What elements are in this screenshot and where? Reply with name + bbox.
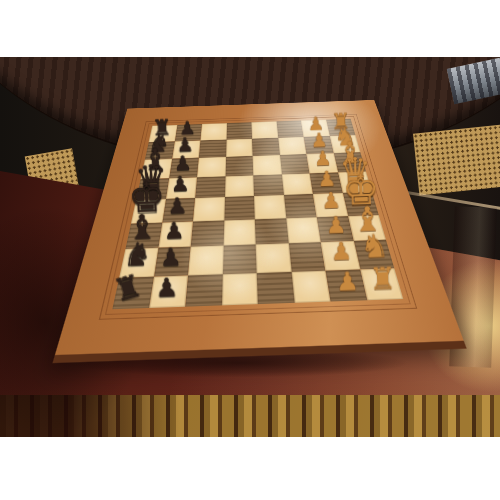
square[interactable]	[256, 243, 291, 272]
black-pawn[interactable]: ♟	[160, 246, 183, 271]
square[interactable]	[200, 123, 226, 140]
square[interactable]	[288, 242, 325, 271]
square[interactable]	[225, 156, 253, 176]
black-pawn[interactable]: ♟	[155, 275, 179, 301]
square[interactable]	[197, 157, 226, 177]
square[interactable]	[251, 121, 277, 138]
square[interactable]	[225, 175, 254, 197]
square[interactable]	[185, 274, 222, 307]
square[interactable]	[254, 195, 286, 219]
square[interactable]: ♜	[360, 268, 403, 300]
square[interactable]	[252, 138, 280, 156]
square[interactable]: ♟	[325, 269, 366, 302]
square[interactable]	[278, 137, 307, 155]
square[interactable]	[281, 173, 313, 195]
square[interactable]	[188, 246, 223, 275]
wicker-chair-seat-right	[413, 124, 500, 195]
window-reflection	[449, 206, 497, 367]
white-pawn[interactable]: ♟	[335, 269, 359, 295]
square[interactable]	[193, 197, 225, 221]
square[interactable]	[226, 138, 253, 156]
photo: ♜♟♟♜♞♟♟♞♝♟♟♝♛♟♟♛♚♟♟♚♝♟♟♝♞♟♟♞♜♟♟♜	[0, 57, 500, 437]
square[interactable]	[283, 194, 316, 218]
square[interactable]	[280, 154, 310, 174]
black-knight[interactable]: ♞	[122, 239, 152, 272]
white-pawn[interactable]: ♟	[330, 240, 353, 265]
white-pawn[interactable]: ♟	[325, 214, 346, 238]
square[interactable]	[199, 139, 226, 158]
square[interactable]: ♜	[112, 276, 153, 309]
square[interactable]: ♟	[321, 241, 360, 270]
square[interactable]	[255, 218, 288, 244]
white-pawn[interactable]: ♟	[321, 190, 341, 213]
square[interactable]	[276, 121, 303, 138]
square[interactable]	[195, 176, 225, 198]
black-pawn[interactable]: ♟	[171, 174, 190, 195]
square[interactable]	[226, 122, 252, 139]
square[interactable]	[223, 219, 256, 246]
square[interactable]	[291, 270, 330, 303]
square[interactable]	[253, 174, 283, 196]
square[interactable]	[191, 220, 224, 247]
square[interactable]: ♟	[149, 275, 188, 308]
square[interactable]: ♟	[154, 247, 191, 277]
square[interactable]	[253, 155, 282, 175]
white-knight[interactable]: ♞	[360, 230, 390, 263]
square[interactable]	[224, 196, 255, 220]
white-pawn[interactable]: ♟	[317, 168, 336, 189]
board-grid: ♜♟♟♜♞♟♟♞♝♟♟♝♛♟♟♛♚♟♟♚♝♟♟♝♞♟♟♞♜♟♟♜	[112, 119, 403, 309]
black-rook[interactable]: ♜	[110, 269, 145, 306]
black-pawn[interactable]: ♟	[164, 219, 185, 243]
white-rook[interactable]: ♜	[369, 263, 397, 294]
square[interactable]	[221, 273, 257, 306]
square[interactable]	[286, 217, 321, 243]
square[interactable]	[222, 244, 256, 273]
black-pawn[interactable]: ♟	[167, 195, 187, 218]
square[interactable]	[257, 271, 294, 304]
